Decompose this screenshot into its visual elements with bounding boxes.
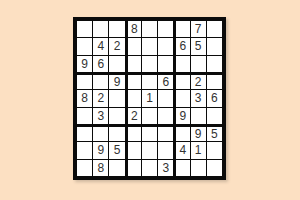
cell-r8c7: 4 — [174, 142, 189, 158]
cell-r1c6[interactable] — [158, 21, 173, 37]
cell-r6c4: 2 — [126, 108, 141, 124]
cell-r1c3[interactable] — [109, 21, 124, 37]
cell-r7c2[interactable] — [93, 125, 108, 141]
cell-r3c3[interactable] — [109, 56, 124, 72]
cell-r9c9[interactable] — [207, 160, 222, 176]
cell-r8c1[interactable] — [77, 142, 92, 158]
cell-r3c9[interactable] — [207, 56, 222, 72]
cell-r4c6: 6 — [158, 73, 173, 89]
cell-r8c8: 1 — [191, 142, 206, 158]
cell-r7c9: 5 — [207, 125, 222, 141]
cell-r2c8: 5 — [191, 38, 206, 54]
cell-r3c8[interactable] — [191, 56, 206, 72]
cell-r9c4[interactable] — [126, 160, 141, 176]
cell-r7c3[interactable] — [109, 125, 124, 141]
cell-r3c7[interactable] — [174, 56, 189, 72]
cell-r6c8[interactable] — [191, 108, 206, 124]
cell-r7c1[interactable] — [77, 125, 92, 141]
cell-r9c2: 8 — [93, 160, 108, 176]
cell-r2c3: 2 — [109, 38, 124, 54]
cell-r8c9[interactable] — [207, 142, 222, 158]
cell-r8c5[interactable] — [142, 142, 157, 158]
cell-r2c6[interactable] — [158, 38, 173, 54]
cell-r9c3[interactable] — [109, 160, 124, 176]
cell-r4c2[interactable] — [93, 73, 108, 89]
cell-r6c3[interactable] — [109, 108, 124, 124]
cell-r4c4[interactable] — [126, 73, 141, 89]
cell-r8c4[interactable] — [126, 142, 141, 158]
cell-r1c5[interactable] — [142, 21, 157, 37]
sudoku-screen: 874265969628213632995954183 — [0, 0, 300, 200]
cell-r9c6: 3 — [158, 160, 173, 176]
cell-r9c5[interactable] — [142, 160, 157, 176]
cell-r8c3: 5 — [109, 142, 124, 158]
cell-r7c6[interactable] — [158, 125, 173, 141]
cell-r9c1[interactable] — [77, 160, 92, 176]
cell-r7c5[interactable] — [142, 125, 157, 141]
cell-r2c1[interactable] — [77, 38, 92, 54]
cell-r4c8: 2 — [191, 73, 206, 89]
cell-r5c9: 6 — [207, 90, 222, 106]
cell-r8c2: 9 — [93, 142, 108, 158]
cell-r5c6[interactable] — [158, 90, 173, 106]
cell-r6c6[interactable] — [158, 108, 173, 124]
cell-r6c2: 3 — [93, 108, 108, 124]
cell-r2c9[interactable] — [207, 38, 222, 54]
cell-r9c7[interactable] — [174, 160, 189, 176]
cell-r4c1[interactable] — [77, 73, 92, 89]
cell-r8c6[interactable] — [158, 142, 173, 158]
cell-r5c1: 8 — [77, 90, 92, 106]
sudoku-board: 874265969628213632995954183 — [73, 17, 226, 180]
cell-r2c5[interactable] — [142, 38, 157, 54]
cell-r6c1[interactable] — [77, 108, 92, 124]
cell-r9c8[interactable] — [191, 160, 206, 176]
cell-r7c7[interactable] — [174, 125, 189, 141]
cell-r6c7: 9 — [174, 108, 189, 124]
cell-r4c7[interactable] — [174, 73, 189, 89]
cell-r5c5: 1 — [142, 90, 157, 106]
cell-r5c4[interactable] — [126, 90, 141, 106]
cell-r4c5[interactable] — [142, 73, 157, 89]
cell-r4c9[interactable] — [207, 73, 222, 89]
cell-r3c6[interactable] — [158, 56, 173, 72]
cell-r3c2: 6 — [93, 56, 108, 72]
cell-r4c3: 9 — [109, 73, 124, 89]
cell-r6c5[interactable] — [142, 108, 157, 124]
cell-r5c8: 3 — [191, 90, 206, 106]
cell-r2c2: 4 — [93, 38, 108, 54]
cell-r3c4[interactable] — [126, 56, 141, 72]
cell-r1c7[interactable] — [174, 21, 189, 37]
cell-r1c2[interactable] — [93, 21, 108, 37]
cell-r7c8: 9 — [191, 125, 206, 141]
cell-r6c9[interactable] — [207, 108, 222, 124]
cell-r3c1: 9 — [77, 56, 92, 72]
cell-r1c4: 8 — [126, 21, 141, 37]
cell-r5c2: 2 — [93, 90, 108, 106]
cell-r1c1[interactable] — [77, 21, 92, 37]
cell-r2c4[interactable] — [126, 38, 141, 54]
cell-r2c7: 6 — [174, 38, 189, 54]
cell-r3c5[interactable] — [142, 56, 157, 72]
cell-r1c8: 7 — [191, 21, 206, 37]
cell-r7c4[interactable] — [126, 125, 141, 141]
cell-r5c3[interactable] — [109, 90, 124, 106]
cell-r1c9[interactable] — [207, 21, 222, 37]
cell-r5c7[interactable] — [174, 90, 189, 106]
